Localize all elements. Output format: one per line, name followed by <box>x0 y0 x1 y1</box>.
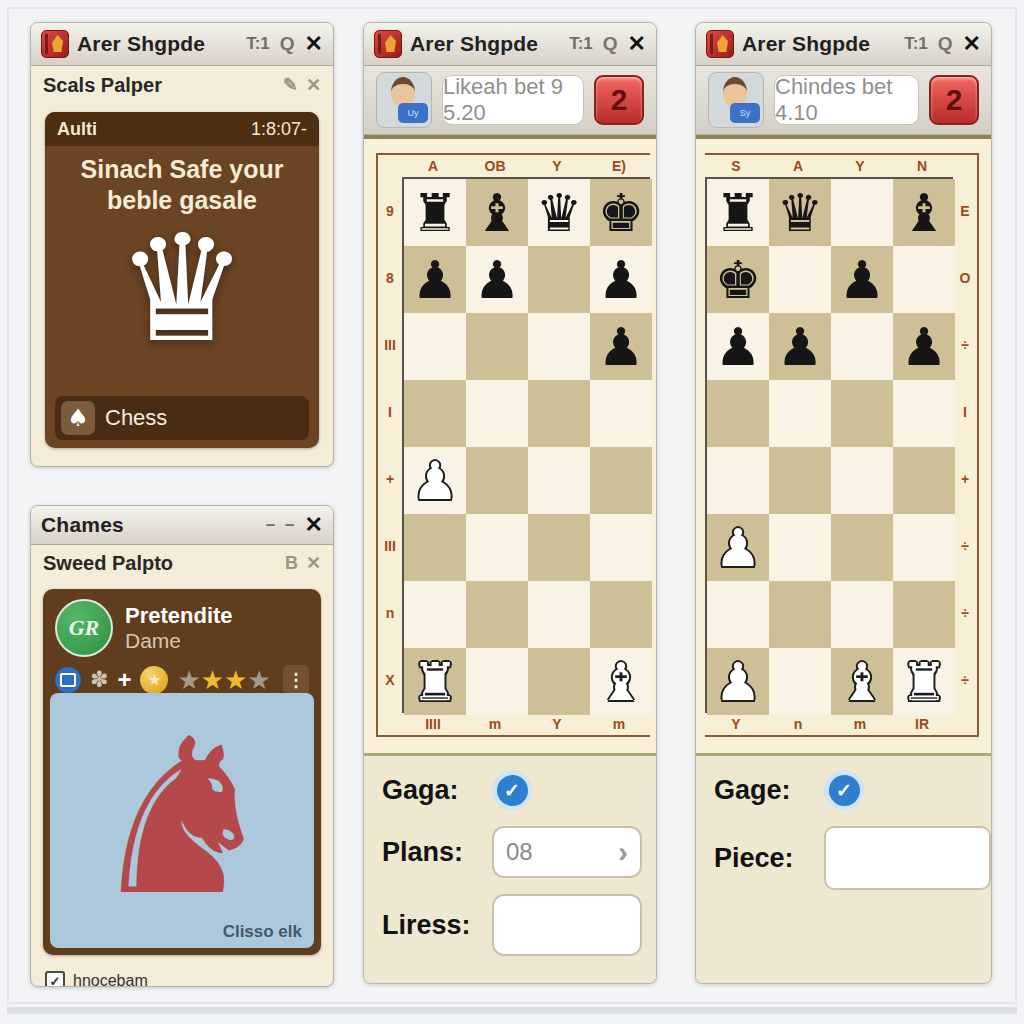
board-square[interactable]: ♝ <box>831 648 893 715</box>
edit-icon[interactable]: ✎ <box>283 74 298 96</box>
black-queen[interactable]: ♛ <box>777 187 824 239</box>
close-icon[interactable]: ✕ <box>628 31 646 57</box>
window-game-2: Arer Shgpde T:1 Q ✕ Sy Chindes bet 4.10 … <box>695 22 992 984</box>
titlebar[interactable]: Arer Shgpde T:1 Q ✕ <box>364 23 656 66</box>
board-square[interactable] <box>707 447 769 514</box>
rank-labels-right: EO÷I+÷÷÷ <box>953 177 977 713</box>
black-pawn[interactable]: ♟ <box>901 321 948 373</box>
window-title: Chames <box>41 513 258 537</box>
black-rook[interactable]: ♜ <box>715 187 762 239</box>
board-square[interactable] <box>707 581 769 648</box>
coord-label: n <box>378 579 402 646</box>
titlebar[interactable]: Arer Shgpde T:1 Q ✕ <box>31 23 333 66</box>
coord-label: I <box>378 378 402 445</box>
board-square[interactable] <box>404 313 466 380</box>
board-square[interactable] <box>831 179 893 246</box>
black-pawn[interactable]: ♟ <box>412 254 459 306</box>
red-knight-image: ♞ <box>86 710 279 925</box>
piece-label: Piece: <box>714 843 824 874</box>
board-square[interactable] <box>831 447 893 514</box>
coord-label: + <box>378 445 402 512</box>
plans-select[interactable]: 08 › <box>492 826 642 878</box>
rank-labels-left: 98IIII+IIInX <box>378 177 402 713</box>
coord-label: III <box>378 311 402 378</box>
board-square[interactable]: ♝ <box>590 648 652 715</box>
board-square[interactable]: ♟ <box>769 313 831 380</box>
board-square[interactable] <box>466 581 528 648</box>
star-icon: ★ <box>224 665 247 695</box>
black-king[interactable]: ♚ <box>598 187 645 239</box>
board-square[interactable] <box>769 581 831 648</box>
board-corner <box>953 155 977 177</box>
board-square[interactable]: ♟ <box>404 447 466 514</box>
b-button[interactable]: B <box>285 553 298 574</box>
board-square[interactable]: ♟ <box>707 648 769 715</box>
chess-board-1[interactable]: AOBYE) 98IIII+IIInX ♜♝♛♚♟♟♟♟♟♜♝ IIIImYm <box>376 153 650 737</box>
plans-value: 08 <box>506 838 618 866</box>
board-square[interactable]: ♟ <box>831 246 893 313</box>
black-king[interactable]: ♚ <box>715 254 762 306</box>
gage-label: Gage: <box>714 775 824 806</box>
board-square[interactable] <box>769 246 831 313</box>
notification-badge[interactable]: 2 <box>929 75 979 125</box>
player-avatar[interactable]: Uy <box>376 72 432 128</box>
board-square[interactable]: ♟ <box>404 246 466 313</box>
gaga-check-icon[interactable]: ✓ <box>492 770 532 810</box>
white-bishop[interactable]: ♝ <box>839 656 886 708</box>
coord-label: O <box>953 244 977 311</box>
game-form-1: Gaga: ✓ Plans: 08 › Liress: <box>364 753 656 984</box>
board-square[interactable]: ♚ <box>707 246 769 313</box>
board-square[interactable] <box>528 514 590 581</box>
menu-icon[interactable]: T:1 <box>904 34 928 54</box>
board-square[interactable]: ♜ <box>707 179 769 246</box>
coord-label: E) <box>588 155 650 177</box>
window-promo: Arer Shgpde T:1 Q ✕ Scals Palper ✎ ✕ Aul… <box>30 22 334 467</box>
board-square[interactable] <box>769 447 831 514</box>
board-square[interactable] <box>466 514 528 581</box>
checkbox-label: hnocebam <box>73 972 148 987</box>
board-square[interactable]: ♚ <box>590 179 652 246</box>
board-square[interactable] <box>466 447 528 514</box>
watermark-text: Clisso elk <box>223 922 302 942</box>
board-square[interactable]: ♛ <box>769 179 831 246</box>
coord-label: + <box>953 445 977 512</box>
white-queen-image: ♛ <box>45 215 319 363</box>
file-labels-top: AOBYE) <box>402 155 650 177</box>
game-form-2: Gage: ✓ Piece: <box>696 753 991 984</box>
board-area: AOBYE) 98IIII+IIInX ♜♝♛♚♟♟♟♟♟♜♝ IIIImYm <box>364 139 656 753</box>
coord-label: 8 <box>378 244 402 311</box>
promo-timer: 1:8:07- <box>251 119 307 140</box>
board-square[interactable] <box>769 514 831 581</box>
chess-board-2[interactable]: SAYN ♜♛♝♚♟♟♟♟♟♟♝♜ EO÷I+÷÷÷ YnmIR <box>705 153 979 737</box>
coord-label: A <box>402 155 464 177</box>
player-name-pill[interactable]: Chindes bet 4.10 <box>774 75 919 125</box>
gr-logo: GR <box>55 599 113 657</box>
star-icon: ★ <box>177 665 200 695</box>
board-square[interactable] <box>528 447 590 514</box>
checkbox-row[interactable]: ✓ hnocebam <box>31 963 333 987</box>
board-square[interactable]: ♟ <box>707 313 769 380</box>
board-square[interactable] <box>590 581 652 648</box>
board-square[interactable] <box>590 447 652 514</box>
coord-label: 9 <box>378 177 402 244</box>
board-square[interactable]: ♝ <box>893 179 955 246</box>
white-pawn[interactable]: ♟ <box>412 455 459 507</box>
menu-icon[interactable]: T:1 <box>569 34 593 54</box>
profile-name: Pretendite <box>125 603 233 628</box>
board-square[interactable] <box>769 380 831 447</box>
player-bar: Sy Chindes bet 4.10 2 <box>696 66 991 135</box>
window-profile: Chames – – ✕ Sweed Palpto B ✕ GR Pretend… <box>30 505 334 987</box>
black-pawn[interactable]: ♟ <box>715 321 762 373</box>
board-grid[interactable]: ♜♛♝♚♟♟♟♟♟♟♝♜ <box>705 177 953 713</box>
menu-icon[interactable]: T:1 <box>246 34 270 54</box>
black-pawn[interactable]: ♟ <box>777 321 824 373</box>
photo-icon[interactable] <box>55 667 81 693</box>
black-bishop[interactable]: ♝ <box>474 187 521 239</box>
app-icon <box>706 30 734 58</box>
coord-label: I <box>953 378 977 445</box>
app-icon <box>374 30 402 58</box>
board-square[interactable] <box>466 313 528 380</box>
window-title: Arer Shgpde <box>410 32 561 56</box>
chevron-right-icon: › <box>618 835 628 869</box>
black-pawn[interactable]: ♟ <box>474 254 521 306</box>
coord-label: n <box>767 713 829 735</box>
promo-card[interactable]: Aulti 1:8:07- Sinach Safe your beble gas… <box>45 112 319 448</box>
plus-icon[interactable]: + <box>117 666 131 694</box>
panel-title: Sweed Palpto <box>43 552 277 575</box>
close-small-icon[interactable]: ✕ <box>306 552 321 574</box>
coord-label: X <box>378 646 402 713</box>
coord-label: m <box>829 713 891 735</box>
window-game-1: Arer Shgpde T:1 Q ✕ Uy Likeah bet 9 5.20… <box>363 22 657 984</box>
board-grid[interactable]: ♜♝♛♚♟♟♟♟♟♜♝ <box>402 177 650 713</box>
black-rook[interactable]: ♜ <box>412 187 459 239</box>
promo-footer[interactable]: ♠ Chess <box>55 396 309 440</box>
gear-icon[interactable]: ✽ <box>90 667 108 693</box>
board-square[interactable] <box>893 514 955 581</box>
board-square[interactable] <box>707 380 769 447</box>
board-square[interactable]: ♟ <box>590 313 652 380</box>
board-square[interactable] <box>404 581 466 648</box>
board-square[interactable]: ♜ <box>893 648 955 715</box>
player-avatar[interactable]: Sy <box>708 72 764 128</box>
sub-header: Scals Palper ✎ ✕ <box>31 66 333 104</box>
piece-input[interactable] <box>824 826 991 890</box>
player-name-pill[interactable]: Likeah bet 9 5.20 <box>442 75 584 125</box>
coord-label: ÷ <box>953 579 977 646</box>
coord-label: ÷ <box>953 311 977 378</box>
medal-icon: ★ <box>140 666 168 694</box>
star-icon: ★ <box>247 665 270 695</box>
profile-subname: Dame <box>125 629 233 653</box>
black-pawn[interactable]: ♟ <box>598 321 645 373</box>
black-pawn[interactable]: ♟ <box>839 254 886 306</box>
coord-label: A <box>767 155 829 177</box>
board-square[interactable]: ♜ <box>404 179 466 246</box>
board-square[interactable] <box>528 581 590 648</box>
board-square[interactable] <box>893 581 955 648</box>
promo-footer-label: Chess <box>105 405 167 431</box>
coord-label: IR <box>891 713 953 735</box>
star-icon: ★ <box>201 665 224 695</box>
coord-label: m <box>464 713 526 735</box>
board-square[interactable]: ♝ <box>466 179 528 246</box>
coord-label: OB <box>464 155 526 177</box>
titlebar[interactable]: Arer Shgpde T:1 Q ✕ <box>696 23 991 66</box>
board-square[interactable]: ♜ <box>404 648 466 715</box>
board-corner <box>378 155 402 177</box>
search-icon[interactable]: Q <box>938 33 953 55</box>
close-small-icon[interactable]: ✕ <box>306 74 321 96</box>
coord-label: ÷ <box>953 646 977 713</box>
white-bishop[interactable]: ♝ <box>598 656 645 708</box>
board-square[interactable] <box>831 581 893 648</box>
board-square[interactable] <box>893 380 955 447</box>
coord-label: ÷ <box>953 512 977 579</box>
board-square[interactable] <box>528 380 590 447</box>
board-square[interactable] <box>528 246 590 313</box>
coord-label: Y <box>526 155 588 177</box>
black-pawn[interactable]: ♟ <box>598 254 645 306</box>
white-rook[interactable]: ♜ <box>901 656 948 708</box>
liress-input[interactable] <box>492 894 642 956</box>
app-icon <box>41 30 69 58</box>
maximize-icon[interactable]: – <box>285 515 294 535</box>
board-square[interactable] <box>831 313 893 380</box>
coord-label: E <box>953 177 977 244</box>
coord-label: III <box>378 512 402 579</box>
search-icon[interactable]: Q <box>603 33 618 55</box>
board-square[interactable] <box>893 246 955 313</box>
board-square[interactable]: ♟ <box>590 246 652 313</box>
board-square[interactable]: ♟ <box>893 313 955 380</box>
coord-label: Y <box>829 155 891 177</box>
board-area: SAYN ♜♛♝♚♟♟♟♟♟♟♝♜ EO÷I+÷÷÷ YnmIR <box>696 139 991 753</box>
profile-card: GR Pretendite Dame ✽ + ★ ★★★★ ⋮ ♞ Clisso… <box>43 589 321 955</box>
minimize-icon[interactable]: – <box>266 515 275 535</box>
coord-label: Y <box>526 713 588 735</box>
file-labels-bottom: YnmIR <box>705 713 953 735</box>
more-options-icon[interactable]: ⋮ <box>283 665 309 695</box>
search-icon[interactable]: Q <box>280 33 295 55</box>
chess-piece-icon: ♠ <box>61 401 95 435</box>
close-icon[interactable]: ✕ <box>305 31 323 57</box>
file-labels-top: SAYN <box>705 155 953 177</box>
panel-title: Scals Palper <box>43 74 275 97</box>
coord-label: N <box>891 155 953 177</box>
coord-label: m <box>588 713 650 735</box>
board-square[interactable] <box>831 380 893 447</box>
board-square[interactable] <box>893 447 955 514</box>
file-labels-bottom: IIIImYm <box>402 713 650 735</box>
titlebar[interactable]: Chames – – ✕ <box>31 506 333 545</box>
black-bishop[interactable]: ♝ <box>901 187 948 239</box>
plans-label: Plans: <box>382 837 492 868</box>
gage-check-icon[interactable]: ✓ <box>824 770 864 810</box>
window-title: Arer Shgpde <box>77 32 238 56</box>
page-bottom-band <box>7 1007 1017 1014</box>
white-pawn[interactable]: ♟ <box>715 656 762 708</box>
coord-label: Y <box>705 713 767 735</box>
board-square[interactable] <box>528 313 590 380</box>
white-pawn[interactable]: ♟ <box>715 522 762 574</box>
sub-header: Sweed Palpto B ✕ <box>31 545 333 581</box>
liress-label: Liress: <box>382 910 492 941</box>
promo-label: Aulti <box>57 119 251 140</box>
board-square[interactable] <box>590 380 652 447</box>
board-square[interactable] <box>831 514 893 581</box>
board-square[interactable] <box>466 380 528 447</box>
white-rook[interactable]: ♜ <box>412 656 459 708</box>
notification-badge[interactable]: 2 <box>594 75 644 125</box>
board-square[interactable] <box>404 380 466 447</box>
board-corner <box>953 713 977 735</box>
gaga-label: Gaga: <box>382 775 492 806</box>
close-icon[interactable]: ✕ <box>305 512 323 538</box>
player-bar: Uy Likeah bet 9 5.20 2 <box>364 66 656 135</box>
checkbox-checked[interactable]: ✓ <box>45 971 65 987</box>
close-icon[interactable]: ✕ <box>963 31 981 57</box>
board-corner <box>378 713 402 735</box>
board-square[interactable] <box>466 648 528 715</box>
star-rating[interactable]: ★★★★ <box>177 667 270 693</box>
board-square[interactable]: ♟ <box>707 514 769 581</box>
board-square[interactable] <box>528 648 590 715</box>
board-square[interactable] <box>769 648 831 715</box>
board-square[interactable] <box>404 514 466 581</box>
board-square[interactable] <box>590 514 652 581</box>
window-title: Arer Shgpde <box>742 32 896 56</box>
board-square[interactable]: ♛ <box>528 179 590 246</box>
knight-artwork-panel: ♞ Clisso elk <box>50 693 314 948</box>
black-queen[interactable]: ♛ <box>536 187 583 239</box>
coord-label: S <box>705 155 767 177</box>
board-square[interactable]: ♟ <box>466 246 528 313</box>
coord-label: IIII <box>402 713 464 735</box>
